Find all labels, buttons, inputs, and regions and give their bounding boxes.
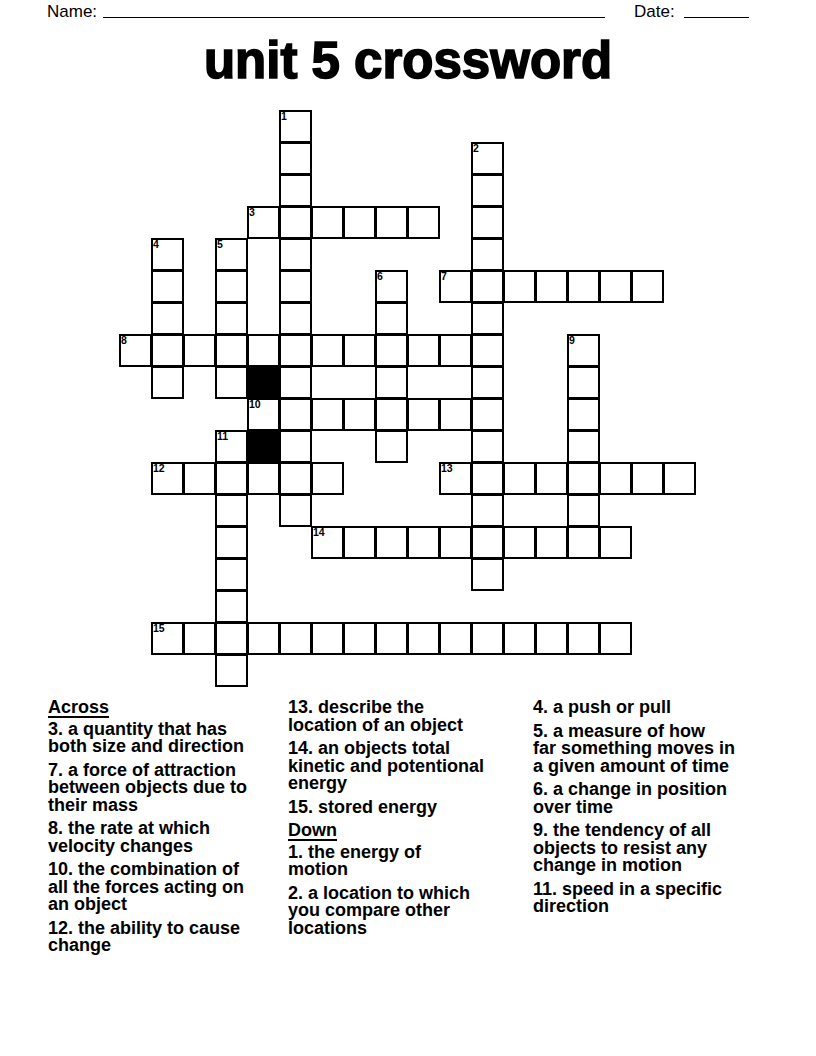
cell-r13c11[interactable] <box>471 526 504 559</box>
cell-r2c11[interactable] <box>471 174 504 207</box>
clue-column-1: Across3. a quantity that hasboth size an… <box>48 699 256 961</box>
crossword-grid: 123456789101112131415 <box>119 110 697 688</box>
cell-r16c6[interactable] <box>311 622 344 655</box>
cell-r7c5[interactable] <box>279 334 312 367</box>
cell-r7c8[interactable] <box>375 334 408 367</box>
cell-r7c10[interactable] <box>439 334 472 367</box>
cell-r5c13[interactable] <box>535 270 568 303</box>
clue-heading-across: Across <box>48 699 256 717</box>
cell-r12c5[interactable] <box>279 494 312 527</box>
cell-r10c14[interactable] <box>567 430 600 463</box>
cell-r10c8[interactable] <box>375 430 408 463</box>
cell-r17c3[interactable] <box>215 654 248 687</box>
cell-r12c3[interactable] <box>215 494 248 527</box>
cell-r3c7[interactable] <box>343 206 376 239</box>
cell-r4c11[interactable] <box>471 238 504 271</box>
worksheet-page: Name: Date: unit 5 crossword 12345678910… <box>0 0 816 1056</box>
black-cell-r8c4 <box>247 366 280 399</box>
cell-r11c3[interactable] <box>215 462 248 495</box>
cell-r16c5[interactable] <box>279 622 312 655</box>
cell-r8c3[interactable] <box>215 366 248 399</box>
name-label: Name: <box>47 2 97 22</box>
cell-r9c5[interactable] <box>279 398 312 431</box>
cell-r11c2[interactable] <box>183 462 216 495</box>
cell-r13c9[interactable] <box>407 526 440 559</box>
clue-number-6: 6 <box>377 271 383 282</box>
cell-r16c8[interactable] <box>375 622 408 655</box>
clue-11: 11. speed in a specificdirection <box>533 881 741 916</box>
clue-9: 9. the tendency of allobjects to resist … <box>533 822 741 875</box>
clue-number-5: 5 <box>217 239 223 250</box>
black-cell-r10c4 <box>247 430 280 463</box>
clue-12: 12. the ability to causechange <box>48 920 256 955</box>
cell-r9c11[interactable] <box>471 398 504 431</box>
cell-r14c11[interactable] <box>471 558 504 591</box>
cell-r9c7[interactable] <box>343 398 376 431</box>
cell-r5c5[interactable] <box>279 270 312 303</box>
cell-r5c12[interactable] <box>503 270 536 303</box>
clue-1: 1. the energy ofmotion <box>288 844 496 879</box>
cell-r6c5[interactable] <box>279 302 312 335</box>
clue-number-1: 1 <box>281 111 287 122</box>
cell-r11c11[interactable] <box>471 462 504 495</box>
cell-r16c13[interactable] <box>535 622 568 655</box>
cell-r12c14[interactable] <box>567 494 600 527</box>
clue-15: 15. stored energy <box>288 799 496 817</box>
cell-r11c12[interactable] <box>503 462 536 495</box>
clue-column-2: 13. describe thelocation of an object14.… <box>288 699 496 943</box>
cell-r16c9[interactable] <box>407 622 440 655</box>
cell-r7c2[interactable] <box>183 334 216 367</box>
cell-r6c8[interactable] <box>375 302 408 335</box>
page-title: unit 5 crossword <box>0 33 816 89</box>
cell-r11c16[interactable] <box>631 462 664 495</box>
cell-r13c7[interactable] <box>343 526 376 559</box>
cell-r11c4[interactable] <box>247 462 280 495</box>
cell-r7c1[interactable] <box>151 334 184 367</box>
cell-r14c3[interactable] <box>215 558 248 591</box>
cell-r2c5[interactable] <box>279 174 312 207</box>
clue-number-8: 8 <box>121 335 127 346</box>
clue-column-3: 4. a push or pull5. a measure of howfar … <box>533 699 741 922</box>
cell-r16c4[interactable] <box>247 622 280 655</box>
cell-r5c15[interactable] <box>599 270 632 303</box>
cell-r9c10[interactable] <box>439 398 472 431</box>
clue-number-9: 9 <box>569 335 575 346</box>
cell-r7c7[interactable] <box>343 334 376 367</box>
cell-r5c16[interactable] <box>631 270 664 303</box>
clue-13: 13. describe thelocation of an object <box>288 699 496 734</box>
cell-r10c5[interactable] <box>279 430 312 463</box>
clue-number-4: 4 <box>153 239 159 250</box>
cell-r6c11[interactable] <box>471 302 504 335</box>
cell-r13c12[interactable] <box>503 526 536 559</box>
cell-r16c3[interactable] <box>215 622 248 655</box>
cell-r5c1[interactable] <box>151 270 184 303</box>
cell-r11c14[interactable] <box>567 462 600 495</box>
cell-r16c7[interactable] <box>343 622 376 655</box>
cell-r9c14[interactable] <box>567 398 600 431</box>
cell-r7c3[interactable] <box>215 334 248 367</box>
cell-r11c15[interactable] <box>599 462 632 495</box>
date-label: Date: <box>634 2 675 22</box>
cell-r9c9[interactable] <box>407 398 440 431</box>
clue-number-12: 12 <box>153 463 165 474</box>
cell-r5c11[interactable] <box>471 270 504 303</box>
cell-r7c4[interactable] <box>247 334 280 367</box>
cell-r16c14[interactable] <box>567 622 600 655</box>
cell-r7c9[interactable] <box>407 334 440 367</box>
cell-r8c5[interactable] <box>279 366 312 399</box>
cell-r8c11[interactable] <box>471 366 504 399</box>
cell-r16c2[interactable] <box>183 622 216 655</box>
cell-r4c5[interactable] <box>279 238 312 271</box>
cell-r6c3[interactable] <box>215 302 248 335</box>
clue-number-13: 13 <box>441 463 453 474</box>
clue-7: 7. a force of attractionbetween objects … <box>48 762 256 815</box>
cell-r7c6[interactable] <box>311 334 344 367</box>
cell-r13c8[interactable] <box>375 526 408 559</box>
cell-r3c5[interactable] <box>279 206 312 239</box>
cell-r13c13[interactable] <box>535 526 568 559</box>
clue-number-10: 10 <box>249 399 261 410</box>
cell-r16c15[interactable] <box>599 622 632 655</box>
cell-r11c6[interactable] <box>311 462 344 495</box>
clue-heading-down: Down <box>288 822 496 840</box>
clue-6: 6. a change in positionover time <box>533 781 741 816</box>
clue-10: 10. the combination ofall the forces act… <box>48 861 256 914</box>
clue-number-11: 11 <box>217 431 228 442</box>
cell-r3c11[interactable] <box>471 206 504 239</box>
cell-r6c1[interactable] <box>151 302 184 335</box>
cell-r10c11[interactable] <box>471 430 504 463</box>
cell-r12c11[interactable] <box>471 494 504 527</box>
cell-r7c11[interactable] <box>471 334 504 367</box>
cell-r5c14[interactable] <box>567 270 600 303</box>
cell-r8c14[interactable] <box>567 366 600 399</box>
clue-2: 2. a location to whichyou compare otherl… <box>288 885 496 938</box>
clue-8: 8. the rate at whichvelocity changes <box>48 820 256 855</box>
clue-number-3: 3 <box>249 207 255 218</box>
cell-r8c1[interactable] <box>151 366 184 399</box>
cell-r16c10[interactable] <box>439 622 472 655</box>
clue-3: 3. a quantity that hasboth size and dire… <box>48 721 256 756</box>
cell-r8c8[interactable] <box>375 366 408 399</box>
clue-5: 5. a measure of howfar something moves i… <box>533 723 741 776</box>
clue-number-7: 7 <box>441 271 447 282</box>
cell-r3c9[interactable] <box>407 206 440 239</box>
clue-number-14: 14 <box>313 527 325 538</box>
cell-r3c8[interactable] <box>375 206 408 239</box>
cell-r13c10[interactable] <box>439 526 472 559</box>
clue-14: 14. an objects totalkinetic and potentio… <box>288 740 496 793</box>
cell-r1c5[interactable] <box>279 142 312 175</box>
cell-r13c14[interactable] <box>567 526 600 559</box>
date-blank-line[interactable] <box>684 17 749 18</box>
clue-number-2: 2 <box>473 143 479 154</box>
cell-r13c15[interactable] <box>599 526 632 559</box>
cell-r11c5[interactable] <box>279 462 312 495</box>
cell-r9c8[interactable] <box>375 398 408 431</box>
cell-r3c6[interactable] <box>311 206 344 239</box>
name-blank-line[interactable] <box>103 17 605 18</box>
cell-r5c3[interactable] <box>215 270 248 303</box>
cell-r9c6[interactable] <box>311 398 344 431</box>
cell-r16c12[interactable] <box>503 622 536 655</box>
cell-r16c11[interactable] <box>471 622 504 655</box>
cell-r11c13[interactable] <box>535 462 568 495</box>
clue-number-15: 15 <box>153 623 165 634</box>
cell-r11c17[interactable] <box>663 462 696 495</box>
cell-r15c3[interactable] <box>215 590 248 623</box>
cell-r13c3[interactable] <box>215 526 248 559</box>
clue-4: 4. a push or pull <box>533 699 741 717</box>
